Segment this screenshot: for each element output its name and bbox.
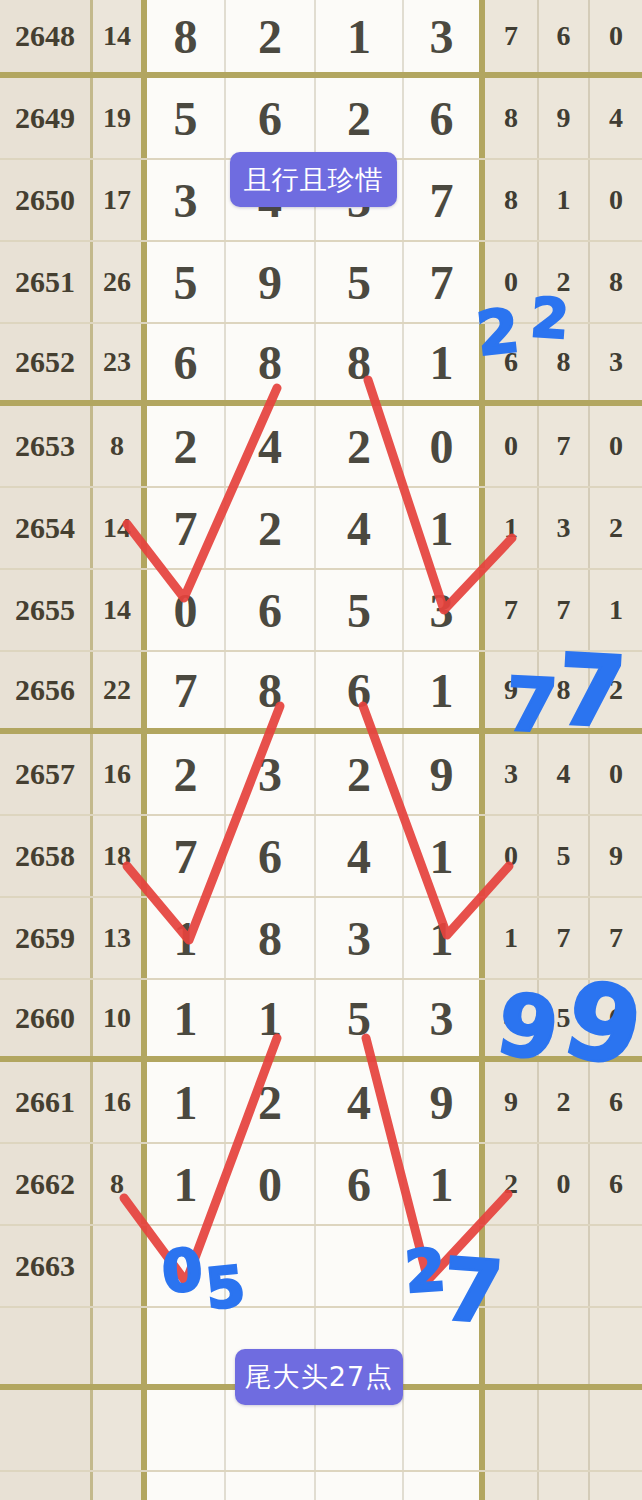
cell-digit4-empty: [404, 1472, 485, 1500]
cell-digit1-empty: [147, 1308, 226, 1384]
cell-digit4-2652: 1: [404, 324, 485, 400]
cell-sum-2649: 19: [93, 78, 147, 158]
cell-digit3-2661: 4: [316, 1062, 404, 1142]
cell-issue-2655: 2655: [0, 570, 93, 650]
cell-tail1-2659: 1: [485, 898, 539, 978]
cell-tail3-2662: 6: [590, 1144, 642, 1224]
cell-digit1-2658: 7: [147, 816, 226, 896]
row-2652: 2652236881683: [0, 324, 642, 406]
cell-issue-2651: 2651: [0, 242, 93, 322]
cell-issue-empty: [0, 1390, 93, 1470]
cell-digit3-2652: 8: [316, 324, 404, 400]
cell-tail1-2652: 6: [485, 324, 539, 400]
row-2661: 2661161249926: [0, 1062, 642, 1144]
cell-tail2-empty: [539, 1390, 590, 1470]
cell-sum-2656: 22: [93, 652, 147, 728]
cell-tail2-2663: [539, 1226, 590, 1306]
cell-digit1-2654: 7: [147, 488, 226, 568]
cell-tail2-2661: 2: [539, 1062, 590, 1142]
cell-tail1-2660: 4: [485, 980, 539, 1056]
annotation-badge-top: 且行且珍惜: [230, 152, 397, 207]
cell-issue-2653: 2653: [0, 406, 93, 486]
cell-digit2-2653: 4: [226, 406, 316, 486]
cell-digit1-empty: [147, 1472, 226, 1500]
cell-digit3-2660: 5: [316, 980, 404, 1056]
cell-tail1-empty: [485, 1472, 539, 1500]
cell-tail3-2658: 9: [590, 816, 642, 896]
cell-tail2-2655: 7: [539, 570, 590, 650]
cell-sum-2663: [93, 1226, 147, 1306]
cell-digit1-2660: 1: [147, 980, 226, 1056]
annotation-badge-bottom: 尾大头27点: [235, 1349, 403, 1405]
cell-tail1-2658: 0: [485, 816, 539, 896]
cell-digit3-2663: [316, 1226, 404, 1306]
cell-tail2-2660: 5: [539, 980, 590, 1056]
cell-issue-2656: 2656: [0, 652, 93, 728]
cell-tail3-2653: 0: [590, 406, 642, 486]
cell-digit1-2650: 3: [147, 160, 226, 240]
cell-tail2-2659: 7: [539, 898, 590, 978]
cell-tail2-2650: 1: [539, 160, 590, 240]
cell-digit2-2652: 8: [226, 324, 316, 400]
cell-digit2-2658: 6: [226, 816, 316, 896]
cell-issue-2657: 2657: [0, 734, 93, 814]
cell-digit1-2659: 1: [147, 898, 226, 978]
cell-digit3-2655: 5: [316, 570, 404, 650]
cell-tail2-2651: 2: [539, 242, 590, 322]
cell-tail2-2662: 0: [539, 1144, 590, 1224]
cell-digit2-2649: 6: [226, 78, 316, 158]
cell-digit1-2662: 1: [147, 1144, 226, 1224]
cell-tail2-2652: 8: [539, 324, 590, 400]
cell-tail1-2654: 1: [485, 488, 539, 568]
trend-chart-grid: 2648148213760264919562689426501734378102…: [0, 0, 642, 1500]
cell-sum-2658: 18: [93, 816, 147, 896]
cell-digit4-2654: 1: [404, 488, 485, 568]
cell-issue-2652: 2652: [0, 324, 93, 400]
cell-sum-2652: 23: [93, 324, 147, 400]
cell-digit4-2663: [404, 1226, 485, 1306]
cell-sum-2660: 10: [93, 980, 147, 1056]
cell-tail1-empty: [485, 1390, 539, 1470]
cell-digit2-2660: 1: [226, 980, 316, 1056]
cell-tail3-2654: 2: [590, 488, 642, 568]
cell-digit3-empty: [316, 1472, 404, 1500]
cell-digit4-2648: 3: [404, 0, 485, 72]
cell-digit1-2661: 1: [147, 1062, 226, 1142]
cell-tail1-2653: 0: [485, 406, 539, 486]
cell-sum-2651: 26: [93, 242, 147, 322]
cell-digit1-2649: 5: [147, 78, 226, 158]
cell-digit2-empty: [226, 1472, 316, 1500]
cell-digit1-2663: [147, 1226, 226, 1306]
cell-sum-2650: 17: [93, 160, 147, 240]
cell-sum-2657: 16: [93, 734, 147, 814]
cell-tail2-2649: 9: [539, 78, 590, 158]
cell-digit4-2655: 3: [404, 570, 485, 650]
cell-digit4-2657: 9: [404, 734, 485, 814]
cell-tail2-2656: 8: [539, 652, 590, 728]
cell-tail1-2661: 9: [485, 1062, 539, 1142]
cell-tail2-2648: 6: [539, 0, 590, 72]
cell-tail3-empty: [590, 1472, 642, 1500]
cell-digit2-2659: 8: [226, 898, 316, 978]
cell-digit1-2657: 2: [147, 734, 226, 814]
cell-tail1-2650: 8: [485, 160, 539, 240]
cell-tail3-2663: [590, 1226, 642, 1306]
cell-tail3-2660: 6: [590, 980, 642, 1056]
cell-tail3-2661: 6: [590, 1062, 642, 1142]
cell-digit4-2659: 1: [404, 898, 485, 978]
cell-digit3-2658: 4: [316, 816, 404, 896]
cell-digit4-empty: [404, 1308, 485, 1384]
row-empty: [0, 1472, 642, 1500]
cell-tail2-2657: 4: [539, 734, 590, 814]
row-2656: 2656227861982: [0, 652, 642, 734]
cell-digit1-2656: 7: [147, 652, 226, 728]
cell-tail2-empty: [539, 1308, 590, 1384]
cell-tail3-2650: 0: [590, 160, 642, 240]
cell-digit4-2662: 1: [404, 1144, 485, 1224]
cell-digit1-2653: 2: [147, 406, 226, 486]
cell-digit4-2651: 7: [404, 242, 485, 322]
cell-digit3-2657: 2: [316, 734, 404, 814]
cell-issue-empty: [0, 1308, 93, 1384]
row-2663: 2663: [0, 1226, 642, 1308]
cell-issue-2648: 2648: [0, 0, 93, 72]
cell-sum-empty: [93, 1472, 147, 1500]
cell-digit2-2656: 8: [226, 652, 316, 728]
row-2653: 265382420070: [0, 406, 642, 488]
cell-tail3-2648: 0: [590, 0, 642, 72]
cell-tail1-2663: [485, 1226, 539, 1306]
cell-issue-2650: 2650: [0, 160, 93, 240]
cell-issue-2649: 2649: [0, 78, 93, 158]
cell-digit2-2654: 2: [226, 488, 316, 568]
cell-digit3-2662: 6: [316, 1144, 404, 1224]
cell-digit1-2651: 5: [147, 242, 226, 322]
cell-issue-2659: 2659: [0, 898, 93, 978]
cell-tail1-empty: [485, 1308, 539, 1384]
cell-tail3-2656: 2: [590, 652, 642, 728]
cell-issue-2654: 2654: [0, 488, 93, 568]
cell-issue-2661: 2661: [0, 1062, 93, 1142]
cell-tail3-2651: 8: [590, 242, 642, 322]
cell-tail1-2649: 8: [485, 78, 539, 158]
cell-digit1-empty: [147, 1390, 226, 1470]
cell-digit2-2657: 3: [226, 734, 316, 814]
cell-sum-2662: 8: [93, 1144, 147, 1224]
cell-tail1-2655: 7: [485, 570, 539, 650]
cell-digit4-2649: 6: [404, 78, 485, 158]
cell-sum-2659: 13: [93, 898, 147, 978]
cell-digit4-empty: [404, 1390, 485, 1470]
cell-digit3-2651: 5: [316, 242, 404, 322]
cell-tail1-2656: 9: [485, 652, 539, 728]
cell-digit4-2656: 1: [404, 652, 485, 728]
cell-issue-empty: [0, 1472, 93, 1500]
cell-digit2-2655: 6: [226, 570, 316, 650]
cell-digit2-2651: 9: [226, 242, 316, 322]
cell-digit1-2652: 6: [147, 324, 226, 400]
cell-tail2-2658: 5: [539, 816, 590, 896]
cell-sum-2648: 14: [93, 0, 147, 72]
cell-issue-2662: 2662: [0, 1144, 93, 1224]
cell-tail1-2657: 3: [485, 734, 539, 814]
cell-digit3-2649: 2: [316, 78, 404, 158]
row-2660: 2660101153456: [0, 980, 642, 1062]
cell-issue-2658: 2658: [0, 816, 93, 896]
cell-tail3-2649: 4: [590, 78, 642, 158]
cell-tail1-2662: 2: [485, 1144, 539, 1224]
cell-digit2-2662: 0: [226, 1144, 316, 1224]
cell-tail1-2648: 7: [485, 0, 539, 72]
cell-issue-2663: 2663: [0, 1226, 93, 1306]
cell-digit1-2655: 0: [147, 570, 226, 650]
cell-tail2-2654: 3: [539, 488, 590, 568]
row-2658: 2658187641059: [0, 816, 642, 898]
cell-digit2-2663: [226, 1226, 316, 1306]
row-2662: 266281061206: [0, 1144, 642, 1226]
cell-digit3-2656: 6: [316, 652, 404, 728]
row-2655: 2655140653771: [0, 570, 642, 652]
cell-sum-2653: 8: [93, 406, 147, 486]
cell-sum-2661: 16: [93, 1062, 147, 1142]
cell-digit3-2653: 2: [316, 406, 404, 486]
annotation-badge-bottom-label: 尾大头27点: [245, 1359, 393, 1395]
cell-digit3-2659: 3: [316, 898, 404, 978]
row-2648: 2648148213760: [0, 0, 642, 78]
cell-tail3-empty: [590, 1308, 642, 1384]
cell-digit4-2660: 3: [404, 980, 485, 1056]
cell-digit4-2661: 9: [404, 1062, 485, 1142]
cell-tail3-2659: 7: [590, 898, 642, 978]
cell-sum-2655: 14: [93, 570, 147, 650]
cell-tail2-empty: [539, 1472, 590, 1500]
cell-digit4-2658: 1: [404, 816, 485, 896]
cell-sum-empty: [93, 1308, 147, 1384]
cell-tail3-2657: 0: [590, 734, 642, 814]
cell-tail3-2655: 1: [590, 570, 642, 650]
cell-tail3-2652: 3: [590, 324, 642, 400]
annotation-badge-top-label: 且行且珍惜: [244, 162, 384, 198]
cell-sum-2654: 14: [93, 488, 147, 568]
row-2649: 2649195626894: [0, 78, 642, 160]
cell-digit2-2648: 2: [226, 0, 316, 72]
cell-tail1-2651: 0: [485, 242, 539, 322]
row-2651: 2651265957028: [0, 242, 642, 324]
cell-digit4-2650: 7: [404, 160, 485, 240]
row-2657: 2657162329340: [0, 734, 642, 816]
cell-digit3-2654: 4: [316, 488, 404, 568]
cell-tail2-2653: 7: [539, 406, 590, 486]
cell-tail3-empty: [590, 1390, 642, 1470]
cell-digit3-2648: 1: [316, 0, 404, 72]
cell-digit4-2653: 0: [404, 406, 485, 486]
row-2659: 2659131831177: [0, 898, 642, 980]
cell-digit1-2648: 8: [147, 0, 226, 72]
cell-digit2-2661: 2: [226, 1062, 316, 1142]
row-2654: 2654147241132: [0, 488, 642, 570]
cell-sum-empty: [93, 1390, 147, 1470]
cell-issue-2660: 2660: [0, 980, 93, 1056]
